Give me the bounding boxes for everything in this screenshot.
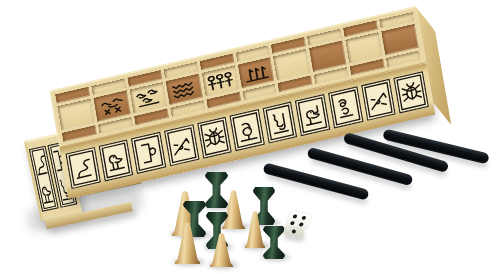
square-r2c5-three-nefer[interactable]: [201, 66, 238, 97]
frieze-panel-arm-with-rod-icon: [361, 79, 396, 121]
square-r2c9[interactable]: [345, 32, 382, 63]
die-front-face: [283, 225, 304, 238]
die[interactable]: [285, 210, 311, 238]
frieze-panel-quail-chick-icon: [98, 139, 133, 181]
square-r2c7[interactable]: [273, 49, 310, 80]
square-r2c2-house-of-rebirth[interactable]: [93, 91, 130, 122]
frieze-panel-cobra-snake-icon: [66, 147, 101, 189]
square-r2c4-house-of-waters[interactable]: [165, 74, 202, 105]
die-pip: [292, 214, 297, 218]
senet-board: [46, 3, 461, 237]
die-pip: [290, 221, 295, 225]
frieze-panel-bird-and-leg-icon: [295, 94, 330, 136]
square-r2c10[interactable]: [381, 24, 418, 55]
frieze-panel-scarab-beetle-icon: [197, 117, 232, 159]
frieze-panel-rope-coil-icon: [328, 86, 363, 128]
die-pip: [301, 216, 306, 220]
die-pip: [299, 222, 304, 226]
square-r2c6-three-truths[interactable]: [237, 57, 274, 88]
frieze-panel-scarab-beetle-icon: [394, 71, 429, 113]
square-r2c1[interactable]: [57, 99, 94, 130]
die-pip: [292, 229, 297, 234]
frieze-panel-arm-with-rod-icon: [164, 124, 199, 166]
frieze-panel-ibis-icon: [230, 109, 265, 151]
senet-product-photo: [0, 0, 500, 274]
square-r2c3-three-birds[interactable]: [129, 82, 166, 113]
square-r2c8[interactable]: [309, 41, 346, 72]
frieze-panel-snake-and-arm-icon: [262, 101, 297, 143]
frieze-panel-spiral-house-icon: [131, 132, 166, 174]
